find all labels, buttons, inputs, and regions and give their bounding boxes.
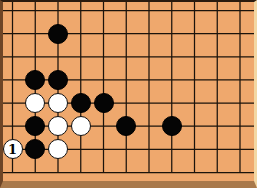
intersection bbox=[3, 22, 24, 45]
intersection bbox=[138, 45, 161, 68]
intersection bbox=[3, 68, 24, 91]
intersection bbox=[47, 92, 70, 115]
intersection bbox=[3, 92, 24, 115]
intersection bbox=[3, 45, 24, 68]
intersection bbox=[206, 161, 229, 181]
intersection bbox=[24, 138, 47, 161]
intersection bbox=[229, 2, 252, 22]
intersection bbox=[206, 115, 229, 138]
intersection bbox=[160, 22, 183, 45]
intersection bbox=[206, 92, 229, 115]
intersection bbox=[183, 68, 206, 91]
intersection bbox=[47, 138, 70, 161]
intersection bbox=[138, 68, 161, 91]
intersection bbox=[160, 138, 183, 161]
intersection bbox=[183, 115, 206, 138]
intersection bbox=[69, 2, 92, 22]
intersection bbox=[69, 68, 92, 91]
black-stone bbox=[25, 70, 45, 90]
intersection bbox=[206, 2, 229, 22]
intersection bbox=[115, 22, 138, 45]
intersection bbox=[92, 68, 115, 91]
intersection bbox=[69, 22, 92, 45]
intersection bbox=[229, 92, 252, 115]
black-stone bbox=[25, 116, 45, 136]
intersection bbox=[160, 115, 183, 138]
intersection bbox=[3, 115, 24, 138]
white-stone-numbered-1: 1 bbox=[3, 139, 23, 159]
intersection bbox=[24, 68, 47, 91]
intersection bbox=[69, 161, 92, 181]
intersection bbox=[47, 161, 70, 181]
intersection bbox=[206, 45, 229, 68]
white-stone bbox=[48, 116, 68, 136]
intersection bbox=[115, 68, 138, 91]
intersection bbox=[47, 2, 70, 22]
intersection bbox=[183, 2, 206, 22]
intersection bbox=[47, 22, 70, 45]
intersection bbox=[160, 68, 183, 91]
intersection bbox=[24, 45, 47, 68]
intersection bbox=[183, 22, 206, 45]
intersection bbox=[160, 161, 183, 181]
intersection: 1 bbox=[3, 138, 24, 161]
white-stone bbox=[48, 139, 68, 159]
intersection bbox=[69, 115, 92, 138]
black-stone bbox=[48, 70, 68, 90]
intersection bbox=[92, 161, 115, 181]
intersection bbox=[229, 45, 252, 68]
intersection bbox=[24, 92, 47, 115]
intersection bbox=[229, 161, 252, 181]
intersection bbox=[24, 115, 47, 138]
intersection bbox=[92, 22, 115, 45]
intersection bbox=[115, 138, 138, 161]
intersection bbox=[3, 161, 24, 181]
go-diagram-frame: 1 bbox=[0, 0, 257, 188]
intersection bbox=[206, 22, 229, 45]
intersection bbox=[92, 138, 115, 161]
intersection bbox=[138, 161, 161, 181]
intersection bbox=[115, 115, 138, 138]
intersection bbox=[160, 2, 183, 22]
go-board: 1 bbox=[3, 2, 254, 181]
intersection bbox=[183, 45, 206, 68]
intersection bbox=[138, 22, 161, 45]
black-stone bbox=[71, 93, 91, 113]
intersection bbox=[138, 138, 161, 161]
intersection bbox=[92, 2, 115, 22]
intersection bbox=[24, 22, 47, 45]
intersection bbox=[183, 138, 206, 161]
board-grid: 1 bbox=[3, 2, 251, 181]
intersection bbox=[47, 115, 70, 138]
intersection bbox=[183, 161, 206, 181]
white-stone bbox=[48, 93, 68, 113]
intersection bbox=[229, 138, 252, 161]
intersection bbox=[69, 138, 92, 161]
black-stone bbox=[162, 116, 182, 136]
intersection bbox=[138, 92, 161, 115]
white-stone bbox=[25, 93, 45, 113]
intersection bbox=[115, 92, 138, 115]
white-stone bbox=[71, 116, 91, 136]
intersection bbox=[229, 22, 252, 45]
intersection bbox=[138, 2, 161, 22]
intersection bbox=[69, 45, 92, 68]
intersection bbox=[115, 161, 138, 181]
intersection bbox=[92, 92, 115, 115]
intersection bbox=[160, 92, 183, 115]
intersection bbox=[183, 92, 206, 115]
intersection bbox=[3, 2, 24, 22]
intersection bbox=[69, 92, 92, 115]
intersection bbox=[206, 138, 229, 161]
intersection bbox=[206, 68, 229, 91]
intersection bbox=[47, 68, 70, 91]
intersection bbox=[229, 115, 252, 138]
intersection bbox=[24, 2, 47, 22]
intersection bbox=[47, 45, 70, 68]
black-stone bbox=[94, 93, 114, 113]
intersection bbox=[115, 2, 138, 22]
black-stone bbox=[48, 24, 68, 44]
black-stone bbox=[25, 139, 45, 159]
intersection bbox=[92, 45, 115, 68]
black-stone bbox=[116, 116, 136, 136]
intersection bbox=[115, 45, 138, 68]
intersection bbox=[24, 161, 47, 181]
intersection bbox=[92, 115, 115, 138]
intersection bbox=[138, 115, 161, 138]
intersection bbox=[229, 68, 252, 91]
intersection bbox=[160, 45, 183, 68]
